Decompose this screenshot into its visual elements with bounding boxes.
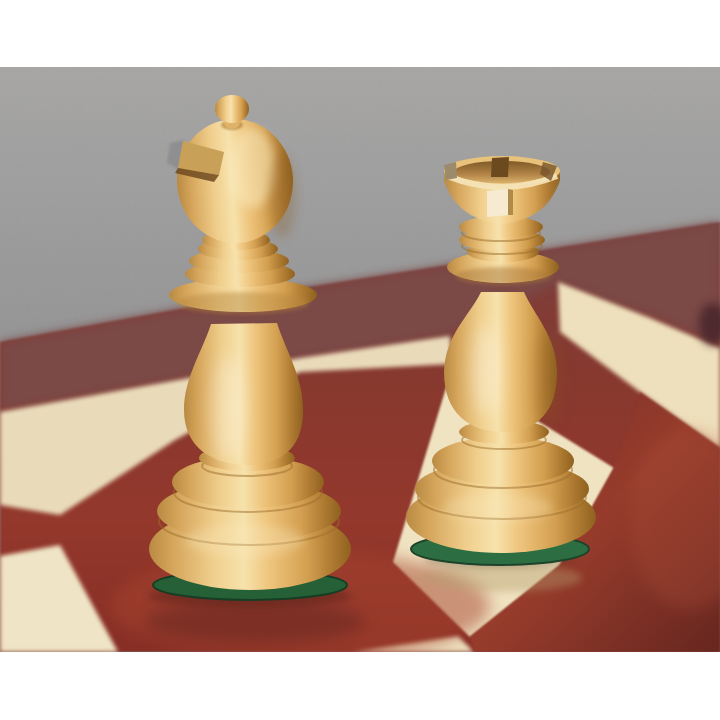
- photo-area: [0, 67, 720, 652]
- white-margin-bottom: [0, 652, 720, 720]
- bishop-collar-shadow: [177, 292, 309, 314]
- bishop-finial-ball: [215, 95, 249, 123]
- rook-battlement-notch-left: [444, 162, 457, 180]
- rook-battlement-cut-front: [487, 189, 510, 217]
- photo-frame: [0, 0, 720, 720]
- rook-battlement-notch-center: [491, 157, 509, 177]
- rook-body-shadow: [536, 332, 560, 428]
- rook-base-disc-1: [432, 437, 574, 485]
- rook-base-highlight: [443, 494, 553, 522]
- white-margin-top: [0, 0, 720, 67]
- bishop-stem-highlight: [212, 356, 244, 460]
- rook-reflection: [418, 564, 582, 592]
- rook-collar-shadow: [455, 267, 551, 285]
- rook-battlement-cut-shadow: [508, 189, 513, 215]
- bishop-base-highlight: [185, 524, 305, 556]
- scene: [0, 67, 720, 652]
- bishop-head-shadow: [268, 154, 296, 238]
- rook-body-highlight: [471, 325, 499, 415]
